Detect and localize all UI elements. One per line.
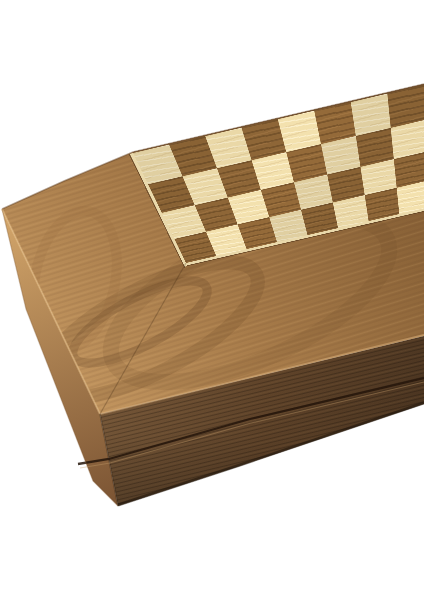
product-photo-canvas (0, 0, 424, 600)
chess-box-photo (0, 0, 424, 600)
